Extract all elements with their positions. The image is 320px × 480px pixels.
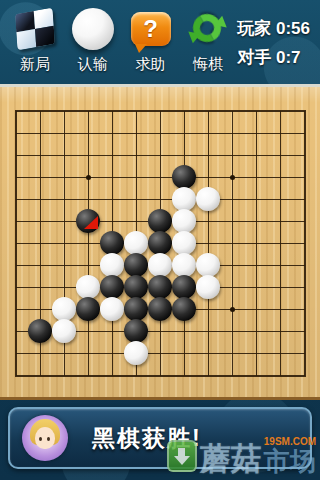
white-stone (196, 275, 220, 299)
resign-label: 认输 (78, 56, 108, 71)
white-stone (124, 341, 148, 365)
white-stone (100, 253, 124, 277)
undo-label: 悔棋 (193, 56, 223, 71)
white-stone (172, 231, 196, 255)
white-stone (76, 275, 100, 299)
white-stone (52, 297, 76, 321)
toolbar: 新局 认输 ? 求助 悔棋 玩家 0:56 对手 0:7 (0, 0, 320, 84)
undo-button[interactable]: 悔棋 (179, 4, 237, 71)
star-point (230, 175, 235, 180)
board[interactable] (0, 84, 320, 400)
girl-avatar (22, 415, 68, 461)
black-stone (76, 297, 100, 321)
black-stone (172, 275, 196, 299)
black-stone (148, 297, 172, 321)
black-stone (124, 253, 148, 277)
opponent-timer-value: 0:7 (276, 48, 301, 67)
new-game-label: 新局 (20, 56, 50, 71)
player-timer: 玩家 0:56 (237, 14, 310, 43)
white-stone (52, 319, 76, 343)
undo-green-arrows-icon (187, 4, 229, 54)
player-timer-label: 玩家 (237, 19, 271, 38)
white-stone (172, 253, 196, 277)
black-stone (124, 319, 148, 343)
white-stone (172, 187, 196, 211)
help-label: 求助 (136, 56, 166, 71)
white-stone (124, 231, 148, 255)
white-stone (196, 253, 220, 277)
white-stone (172, 209, 196, 233)
new-game-button[interactable]: 新局 (6, 4, 64, 71)
result-banner: 黑棋获胜! (8, 407, 312, 469)
black-stone (148, 275, 172, 299)
star-point (230, 307, 235, 312)
timers: 玩家 0:56 对手 0:7 (237, 4, 316, 72)
app-screen: 新局 认输 ? 求助 悔棋 玩家 0:56 对手 0:7 (0, 0, 320, 480)
black-stone (100, 275, 124, 299)
white-stone (100, 297, 124, 321)
black-stone (124, 275, 148, 299)
star-point (86, 175, 91, 180)
opponent-timer: 对手 0:7 (237, 43, 310, 72)
black-stone (172, 297, 196, 321)
bottom-area: 黑棋获胜! (0, 400, 320, 480)
black-stone (28, 319, 52, 343)
help-button[interactable]: ? 求助 (122, 4, 180, 71)
white-stone (196, 187, 220, 211)
resign-white-stone-icon (72, 4, 114, 54)
black-stone (172, 165, 196, 189)
black-stone (124, 297, 148, 321)
black-stone (148, 209, 172, 233)
new-game-checkerboard-icon (16, 4, 54, 54)
white-stone (148, 253, 172, 277)
black-stone (100, 231, 124, 255)
result-message: 黑棋获胜! (92, 423, 202, 454)
opponent-timer-label: 对手 (237, 48, 271, 67)
player-timer-value: 0:56 (276, 19, 310, 38)
resign-button[interactable]: 认输 (64, 4, 122, 71)
help-question-bubble-icon: ? (131, 4, 171, 54)
black-stone (148, 231, 172, 255)
